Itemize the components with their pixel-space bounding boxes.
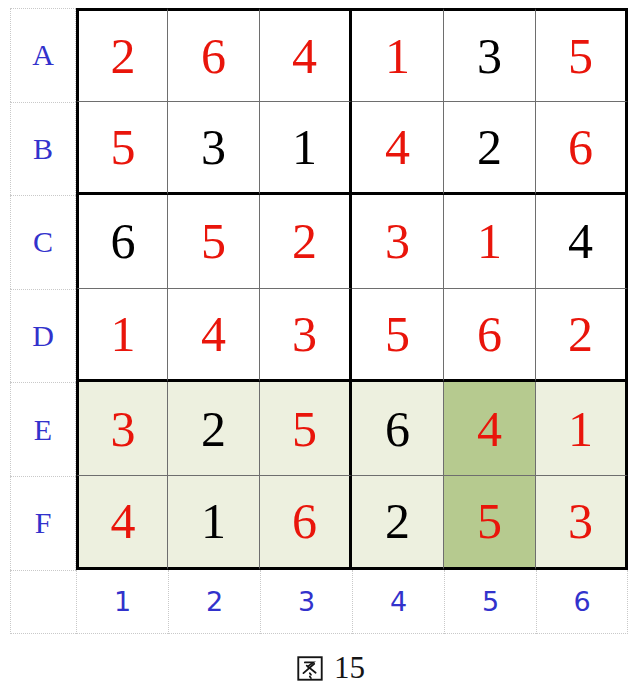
cell-F3: 6 xyxy=(260,476,352,570)
col-label-3: 3 xyxy=(260,570,352,634)
cell-D3: 3 xyxy=(260,289,352,383)
cell-C5: 1 xyxy=(444,195,536,289)
cell-C1: 6 xyxy=(76,195,168,289)
cell-F5: 5 xyxy=(444,476,536,570)
cell-E2: 2 xyxy=(168,382,260,476)
cell-A6: 5 xyxy=(536,8,628,102)
row-label-A: A xyxy=(10,8,76,102)
cjk-tu-figure-icon xyxy=(295,652,325,684)
cell-F2: 1 xyxy=(168,476,260,570)
figure-caption: 15 xyxy=(10,650,640,686)
col-label-4: 4 xyxy=(352,570,444,634)
figure-caption-number: 15 xyxy=(334,650,365,686)
col-label-6: 6 xyxy=(536,570,628,634)
row-label-F: F xyxy=(10,476,76,570)
cell-E6: 1 xyxy=(536,382,628,476)
figure-wrap: A264135B531426C652314D143562E325641F4162… xyxy=(0,0,640,686)
corner-cell xyxy=(10,570,76,634)
cell-A5: 3 xyxy=(444,8,536,102)
cell-D5: 6 xyxy=(444,289,536,383)
col-label-1: 1 xyxy=(76,570,168,634)
cell-F6: 3 xyxy=(536,476,628,570)
cell-E5: 4 xyxy=(444,382,536,476)
cell-C2: 5 xyxy=(168,195,260,289)
cell-A2: 6 xyxy=(168,8,260,102)
cell-E1: 3 xyxy=(76,382,168,476)
cell-B3: 1 xyxy=(260,102,352,196)
row-label-B: B xyxy=(10,102,76,196)
row-label-E: E xyxy=(10,382,76,476)
cell-C4: 3 xyxy=(352,195,444,289)
cell-A4: 1 xyxy=(352,8,444,102)
cell-D6: 2 xyxy=(536,289,628,383)
cell-A3: 4 xyxy=(260,8,352,102)
cell-F1: 4 xyxy=(76,476,168,570)
row-label-C: C xyxy=(10,195,76,289)
col-label-2: 2 xyxy=(168,570,260,634)
row-label-D: D xyxy=(10,289,76,383)
cell-D4: 5 xyxy=(352,289,444,383)
cell-B2: 3 xyxy=(168,102,260,196)
cell-B4: 4 xyxy=(352,102,444,196)
cell-A1: 2 xyxy=(76,8,168,102)
cell-C6: 4 xyxy=(536,195,628,289)
cell-E4: 6 xyxy=(352,382,444,476)
cell-E3: 5 xyxy=(260,382,352,476)
cell-B1: 5 xyxy=(76,102,168,196)
col-label-5: 5 xyxy=(444,570,536,634)
cell-C3: 2 xyxy=(260,195,352,289)
cell-B5: 2 xyxy=(444,102,536,196)
board-grid: A264135B531426C652314D143562E325641F4162… xyxy=(10,8,628,634)
cell-B6: 6 xyxy=(536,102,628,196)
cell-D1: 1 xyxy=(76,289,168,383)
cell-F4: 2 xyxy=(352,476,444,570)
cell-D2: 4 xyxy=(168,289,260,383)
